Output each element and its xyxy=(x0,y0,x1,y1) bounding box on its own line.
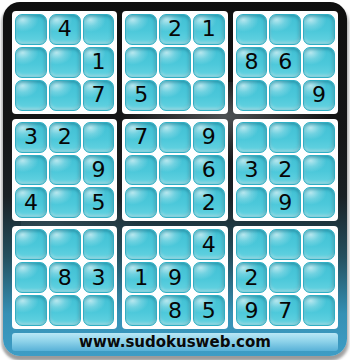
cell-r4c1[interactable]: 3 xyxy=(15,122,47,153)
cell-r4c7[interactable] xyxy=(236,122,268,153)
cell-r8c6[interactable] xyxy=(193,262,225,293)
cell-r8c3[interactable]: 3 xyxy=(83,262,115,293)
cell-r3c7[interactable] xyxy=(236,80,268,111)
cell-r8c5[interactable]: 9 xyxy=(159,262,191,293)
site-url: www.sudokusweb.com xyxy=(79,333,271,351)
cell-r1c5[interactable]: 2 xyxy=(159,14,191,45)
cell-r9c7[interactable]: 9 xyxy=(236,295,268,326)
cell-r4c8[interactable] xyxy=(269,122,301,153)
cell-r2c4[interactable] xyxy=(125,47,157,78)
cell-r1c2[interactable]: 4 xyxy=(49,14,81,45)
cell-r1c1[interactable] xyxy=(15,14,47,45)
sudoku-box-8: 41985 xyxy=(122,226,227,329)
cell-r6c3[interactable]: 5 xyxy=(83,187,115,218)
cell-r4c4[interactable]: 7 xyxy=(125,122,157,153)
cell-r1c7[interactable] xyxy=(236,14,268,45)
cell-r6c8[interactable]: 9 xyxy=(269,187,301,218)
sudoku-box-2: 215 xyxy=(122,11,227,114)
sudoku-box-4: 32945 xyxy=(12,119,117,222)
cell-r9c3[interactable] xyxy=(83,295,115,326)
board-frame: 4172158693294579623298341985297 www.sudo… xyxy=(3,2,347,356)
cell-r3c3[interactable]: 7 xyxy=(83,80,115,111)
cell-r2c6[interactable] xyxy=(193,47,225,78)
cell-r2c9[interactable] xyxy=(303,47,335,78)
cell-r1c3[interactable] xyxy=(83,14,115,45)
cell-r7c8[interactable] xyxy=(269,229,301,260)
cell-r5c7[interactable]: 3 xyxy=(236,155,268,186)
cell-r3c1[interactable] xyxy=(15,80,47,111)
cell-r2c7[interactable]: 8 xyxy=(236,47,268,78)
cell-r4c3[interactable] xyxy=(83,122,115,153)
cell-r2c8[interactable]: 6 xyxy=(269,47,301,78)
cell-r3c2[interactable] xyxy=(49,80,81,111)
sudoku-box-3: 869 xyxy=(233,11,338,114)
cell-r2c2[interactable] xyxy=(49,47,81,78)
cell-r6c4[interactable] xyxy=(125,187,157,218)
cell-r7c4[interactable] xyxy=(125,229,157,260)
sudoku-box-6: 329 xyxy=(233,119,338,222)
cell-r3c5[interactable] xyxy=(159,80,191,111)
cell-r4c9[interactable] xyxy=(303,122,335,153)
cell-r1c9[interactable] xyxy=(303,14,335,45)
cell-r8c8[interactable] xyxy=(269,262,301,293)
cell-r7c1[interactable] xyxy=(15,229,47,260)
cell-r9c6[interactable]: 5 xyxy=(193,295,225,326)
sudoku-box-9: 297 xyxy=(233,226,338,329)
cell-r6c6[interactable]: 2 xyxy=(193,187,225,218)
cell-r2c5[interactable] xyxy=(159,47,191,78)
cell-r9c4[interactable] xyxy=(125,295,157,326)
cell-r7c7[interactable] xyxy=(236,229,268,260)
sudoku-box-1: 417 xyxy=(12,11,117,114)
cell-r7c6[interactable]: 4 xyxy=(193,229,225,260)
cell-r6c9[interactable] xyxy=(303,187,335,218)
cell-r9c2[interactable] xyxy=(49,295,81,326)
cell-r5c9[interactable] xyxy=(303,155,335,186)
cell-r6c7[interactable] xyxy=(236,187,268,218)
sudoku-grid: 4172158693294579623298341985297 xyxy=(12,11,338,329)
cell-r4c6[interactable]: 9 xyxy=(193,122,225,153)
cell-r8c4[interactable]: 1 xyxy=(125,262,157,293)
cell-r3c4[interactable]: 5 xyxy=(125,80,157,111)
cell-r5c4[interactable] xyxy=(125,155,157,186)
cell-r7c9[interactable] xyxy=(303,229,335,260)
cell-r6c1[interactable]: 4 xyxy=(15,187,47,218)
cell-r1c6[interactable]: 1 xyxy=(193,14,225,45)
cell-r8c9[interactable] xyxy=(303,262,335,293)
cell-r8c2[interactable]: 8 xyxy=(49,262,81,293)
cell-r7c2[interactable] xyxy=(49,229,81,260)
cell-r6c2[interactable] xyxy=(49,187,81,218)
cell-r5c1[interactable] xyxy=(15,155,47,186)
cell-r5c3[interactable]: 9 xyxy=(83,155,115,186)
cell-r1c8[interactable] xyxy=(269,14,301,45)
footer-band: www.sudokusweb.com xyxy=(12,333,338,351)
cell-r9c5[interactable]: 8 xyxy=(159,295,191,326)
cell-r6c5[interactable] xyxy=(159,187,191,218)
cell-r2c3[interactable]: 1 xyxy=(83,47,115,78)
sudoku-box-7: 83 xyxy=(12,226,117,329)
cell-r5c5[interactable] xyxy=(159,155,191,186)
cell-r5c8[interactable]: 2 xyxy=(269,155,301,186)
sudoku-box-5: 7962 xyxy=(122,119,227,222)
cell-r7c5[interactable] xyxy=(159,229,191,260)
cell-r5c6[interactable]: 6 xyxy=(193,155,225,186)
cell-r2c1[interactable] xyxy=(15,47,47,78)
cell-r8c1[interactable] xyxy=(15,262,47,293)
cell-r9c9[interactable] xyxy=(303,295,335,326)
cell-r1c4[interactable] xyxy=(125,14,157,45)
cell-r3c8[interactable] xyxy=(269,80,301,111)
cell-r7c3[interactable] xyxy=(83,229,115,260)
cell-r9c8[interactable]: 7 xyxy=(269,295,301,326)
cell-r8c7[interactable]: 2 xyxy=(236,262,268,293)
cell-r4c2[interactable]: 2 xyxy=(49,122,81,153)
cell-r9c1[interactable] xyxy=(15,295,47,326)
cell-r4c5[interactable] xyxy=(159,122,191,153)
cell-r3c9[interactable]: 9 xyxy=(303,80,335,111)
cell-r3c6[interactable] xyxy=(193,80,225,111)
cell-r5c2[interactable] xyxy=(49,155,81,186)
